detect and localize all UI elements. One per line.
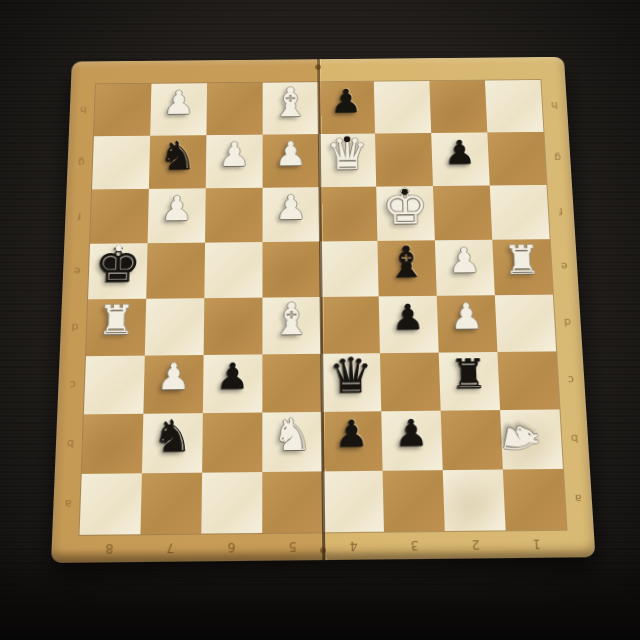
square-b5[interactable]: ♞ [262, 412, 322, 472]
square-a8[interactable] [79, 473, 141, 535]
file-label-left-g: g [69, 136, 93, 189]
square-e6[interactable] [204, 242, 262, 298]
square-e1[interactable]: ♜ [492, 239, 553, 295]
black-king[interactable]: ♚ [88, 243, 148, 299]
square-g4[interactable]: ♛ [319, 134, 376, 188]
square-g5[interactable]: ♟ [263, 134, 320, 188]
square-stain [429, 81, 487, 133]
white-bishop[interactable]: ♝ [262, 297, 321, 354]
white-pawn[interactable]: ♟ [143, 355, 203, 414]
black-bishop[interactable]: ♝ [377, 240, 436, 296]
square-a1[interactable] [503, 469, 567, 530]
square-stain [94, 136, 150, 137]
square-d3[interactable]: ♟ [379, 296, 439, 353]
square-stain [497, 351, 556, 352]
file-label-left-c: c [60, 356, 85, 414]
black-knight[interactable]: ♞ [142, 413, 203, 473]
piece-glyph: ♜ [97, 300, 135, 340]
white-king[interactable]: ♚ [376, 186, 435, 241]
piece-glyph: ♟ [444, 136, 477, 169]
table-background: ♟♝♟♞♟♟♛♟♟♟♚♚♝♟♜♜♝♟♟♟♟♛♜♞♞♟♟♞ 87654321 hg… [0, 0, 640, 640]
square-h2[interactable] [429, 81, 487, 133]
square-b8[interactable] [82, 414, 144, 474]
square-stain [443, 470, 506, 532]
square-a6[interactable] [201, 472, 262, 534]
square-e2[interactable]: ♟ [435, 240, 495, 296]
square-stain [205, 242, 262, 243]
square-g2[interactable]: ♟ [431, 132, 490, 186]
file-label-right-b: b [562, 409, 588, 469]
piece-glyph: ♝ [271, 82, 310, 123]
piece-glyph: ♜ [449, 354, 488, 395]
square-f4[interactable] [319, 187, 377, 242]
square-d7[interactable] [145, 298, 205, 355]
square-f6[interactable] [205, 188, 263, 243]
file-label-left-b: b [58, 414, 83, 474]
square-h7[interactable]: ♟ [150, 83, 207, 136]
square-d8[interactable]: ♜ [86, 299, 146, 356]
white-pawn[interactable]: ♟ [206, 135, 263, 189]
piece-glyph: ♟ [275, 138, 307, 171]
white-knight-fallen[interactable]: ♞ [500, 409, 563, 469]
piece-glyph: ♝ [271, 297, 312, 341]
white-bishop[interactable]: ♝ [263, 82, 319, 134]
file-label-right-e: e [552, 239, 577, 295]
file-label-right-c: c [558, 351, 584, 409]
white-rook[interactable]: ♜ [86, 299, 146, 356]
board-frame: ♟♝♟♞♟♟♛♟♟♟♚♚♝♟♜♜♝♟♟♟♟♛♜♞♞♟♟♞ 87654321 hg… [51, 57, 595, 563]
white-pawn[interactable]: ♟ [435, 240, 495, 296]
piece-glyph: ♟ [216, 358, 249, 394]
square-a5[interactable] [262, 471, 323, 533]
black-queen[interactable]: ♛ [321, 353, 381, 412]
square-stain [92, 189, 149, 190]
square-f5[interactable]: ♟ [263, 187, 320, 242]
square-c5[interactable] [262, 354, 321, 413]
piece-glyph: ♞ [159, 136, 197, 176]
square-e7[interactable] [146, 243, 205, 299]
piece-glyph: ♟ [163, 87, 195, 119]
white-pawn[interactable]: ♟ [437, 295, 498, 352]
square-stain [204, 298, 263, 355]
square-stain [320, 241, 377, 242]
black-pawn[interactable]: ♟ [203, 354, 263, 413]
square-h5[interactable]: ♝ [263, 82, 319, 134]
white-pawn[interactable]: ♟ [150, 83, 207, 136]
square-g7[interactable]: ♞ [149, 135, 207, 189]
white-pawn[interactable]: ♟ [148, 188, 206, 243]
piece-glyph: ♟ [395, 415, 429, 452]
piece-glyph: ♟ [161, 192, 193, 226]
file-label-right-d: d [555, 294, 581, 351]
file-label-right-g: g [545, 132, 570, 185]
file-label-right-a: a [565, 469, 592, 530]
square-c8[interactable] [84, 356, 145, 415]
white-queen[interactable]: ♛ [319, 134, 376, 188]
white-knight[interactable]: ♞ [262, 412, 322, 472]
black-pawn[interactable]: ♟ [318, 82, 375, 134]
file-label-left-h: h [72, 84, 95, 136]
square-f1[interactable] [490, 185, 550, 240]
piece-glyph: ♟ [331, 85, 363, 117]
table-shadow [0, 550, 640, 640]
square-c7[interactable]: ♟ [143, 355, 203, 414]
square-h1[interactable] [485, 80, 544, 132]
square-h6[interactable] [206, 83, 262, 136]
file-label-left-e: e [65, 244, 89, 300]
square-e8[interactable]: ♚ [88, 243, 148, 299]
square-e4[interactable] [320, 241, 379, 297]
piece-glyph: ♝ [386, 240, 427, 283]
square-b6[interactable] [202, 413, 262, 473]
square-d4[interactable] [321, 296, 380, 353]
piece-glyph: ♟ [450, 299, 484, 334]
square-stain [82, 414, 144, 474]
square-a3[interactable] [383, 470, 445, 532]
square-g8[interactable] [92, 136, 150, 190]
square-h4[interactable]: ♟ [318, 82, 375, 134]
piece-glyph: ♟ [392, 300, 425, 335]
square-c2[interactable]: ♜ [439, 352, 500, 411]
square-d2[interactable]: ♟ [437, 295, 498, 352]
square-f3[interactable]: ♚ [376, 186, 435, 241]
black-knight[interactable]: ♞ [149, 135, 207, 189]
square-stain [146, 298, 204, 299]
square-h8[interactable] [94, 84, 152, 137]
file-label-right-f: f [548, 185, 573, 239]
square-a4[interactable] [322, 471, 384, 533]
square-a7[interactable] [140, 473, 202, 535]
square-c6[interactable]: ♟ [203, 354, 263, 413]
square-f2[interactable] [433, 185, 492, 240]
file-label-right-h: h [542, 80, 566, 132]
black-pawn[interactable]: ♟ [322, 411, 383, 471]
piece-glyph: ♟ [448, 244, 481, 279]
square-d5[interactable]: ♝ [262, 297, 321, 354]
white-pawn[interactable]: ♟ [263, 187, 320, 242]
piece-glyph: ♟ [275, 191, 307, 225]
square-f7[interactable]: ♟ [148, 188, 206, 243]
square-c1[interactable] [497, 351, 559, 410]
piece-glyph: ♟ [157, 359, 191, 395]
square-stain [374, 81, 430, 82]
white-rook[interactable]: ♜ [492, 239, 553, 295]
piece-glyph: ♜ [503, 241, 542, 280]
square-e5[interactable] [262, 241, 320, 297]
white-pawn[interactable]: ♟ [263, 134, 320, 188]
piece-glyph: ♟ [335, 415, 369, 452]
square-stain [96, 84, 152, 85]
square-b7[interactable]: ♞ [142, 413, 203, 473]
piece-glyph: ♟ [219, 138, 251, 171]
file-label-left-d: d [63, 299, 87, 356]
square-e3[interactable]: ♝ [377, 240, 436, 296]
square-h3[interactable] [374, 81, 431, 133]
square-stain [207, 83, 263, 84]
square-stain [490, 185, 547, 186]
square-stain [202, 472, 262, 473]
square-stain [82, 473, 142, 474]
square-d6[interactable] [204, 298, 263, 355]
square-stain [487, 132, 543, 133]
square-c4[interactable]: ♛ [321, 353, 381, 412]
hinge-pin-top [315, 64, 321, 69]
square-stain [319, 187, 377, 242]
square-stain [262, 241, 320, 297]
black-pawn[interactable]: ♟ [381, 411, 442, 471]
file-label-left-f: f [67, 189, 91, 244]
file-label-left-a: a [55, 474, 80, 535]
finial-tip-black [344, 136, 350, 142]
square-c3[interactable] [380, 353, 441, 412]
black-pawn[interactable]: ♟ [379, 296, 439, 353]
piece-glyph: ♛ [328, 351, 374, 400]
square-b3[interactable]: ♟ [381, 411, 442, 471]
square-stain [321, 296, 379, 297]
piece-glyph: ♞ [152, 414, 193, 458]
square-g6[interactable]: ♟ [206, 135, 263, 189]
square-stain [485, 80, 541, 81]
black-pawn[interactable]: ♟ [431, 132, 490, 186]
black-rook[interactable]: ♜ [439, 352, 500, 411]
square-a2[interactable] [443, 470, 506, 532]
square-b4[interactable]: ♟ [322, 411, 383, 471]
square-g1[interactable] [487, 132, 546, 186]
piece-glyph: ♞ [272, 413, 312, 457]
chess-board: ♟♝♟♞♟♟♛♟♟♟♚♚♝♟♜♜♝♟♟♟♟♛♜♞♞♟♟♞ 87654321 hg… [51, 57, 595, 563]
piece-glyph: ♞ [495, 415, 546, 464]
square-d1[interactable] [495, 295, 556, 352]
square-b1[interactable]: ♞ [500, 409, 563, 469]
square-b2[interactable] [441, 410, 503, 470]
finial-tip-black [402, 189, 408, 195]
